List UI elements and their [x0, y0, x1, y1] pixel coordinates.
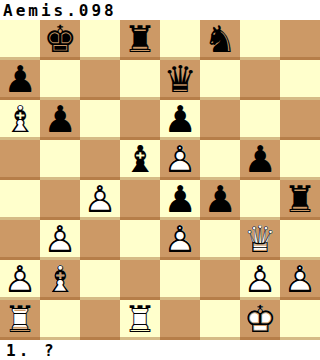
square-b4[interactable] — [40, 180, 80, 220]
white-rook: ♜♖ — [0, 300, 40, 340]
square-h3[interactable] — [280, 220, 320, 260]
square-f7[interactable] — [200, 60, 240, 100]
square-g3[interactable]: ♛♕ — [240, 220, 280, 260]
square-b2[interactable]: ♝♗ — [40, 260, 80, 300]
square-a5[interactable] — [0, 140, 40, 180]
square-a7[interactable]: ♟ — [0, 60, 40, 100]
square-e5[interactable]: ♟♙ — [160, 140, 200, 180]
white-piece-outline: ♙ — [160, 220, 200, 260]
square-d5[interactable]: ♝ — [120, 140, 160, 180]
white-bishop: ♝♗ — [0, 100, 40, 140]
square-c2[interactable] — [80, 260, 120, 300]
square-e7[interactable]: ♛ — [160, 60, 200, 100]
square-g4[interactable] — [240, 180, 280, 220]
chess-diagram-window: Aemis.098 ♚♜♞♟♛♝♗♟♟♝♟♙♟♟♙♟♟♜♟♙♟♙♛♕♟♙♝♗♟♙… — [0, 0, 320, 360]
white-pawn: ♟♙ — [240, 260, 280, 300]
square-a2[interactable]: ♟♙ — [0, 260, 40, 300]
move-prompt: 1. ? — [0, 340, 320, 360]
square-h5[interactable] — [280, 140, 320, 180]
square-c3[interactable] — [80, 220, 120, 260]
square-e3[interactable]: ♟♙ — [160, 220, 200, 260]
square-g2[interactable]: ♟♙ — [240, 260, 280, 300]
page-title: Aemis.098 — [0, 0, 320, 20]
white-piece-outline: ♖ — [120, 300, 160, 340]
black-pawn: ♟ — [200, 180, 240, 220]
square-d6[interactable] — [120, 100, 160, 140]
square-b3[interactable]: ♟♙ — [40, 220, 80, 260]
white-piece-outline: ♙ — [240, 260, 280, 300]
white-pawn: ♟♙ — [80, 180, 120, 220]
square-h8[interactable] — [280, 20, 320, 60]
square-d1[interactable]: ♜♖ — [120, 300, 160, 340]
square-e4[interactable]: ♟ — [160, 180, 200, 220]
square-g1[interactable]: ♚♔ — [240, 300, 280, 340]
white-bishop: ♝♗ — [40, 260, 80, 300]
square-g6[interactable] — [240, 100, 280, 140]
black-queen: ♛ — [160, 60, 200, 100]
white-piece-outline: ♔ — [240, 300, 280, 340]
square-e6[interactable]: ♟ — [160, 100, 200, 140]
square-d4[interactable] — [120, 180, 160, 220]
square-e1[interactable] — [160, 300, 200, 340]
white-piece-outline: ♖ — [0, 300, 40, 340]
black-pawn: ♟ — [0, 60, 40, 100]
square-a6[interactable]: ♝♗ — [0, 100, 40, 140]
square-e2[interactable] — [160, 260, 200, 300]
square-f3[interactable] — [200, 220, 240, 260]
square-c1[interactable] — [80, 300, 120, 340]
black-bishop: ♝ — [120, 140, 160, 180]
square-d7[interactable] — [120, 60, 160, 100]
square-c7[interactable] — [80, 60, 120, 100]
white-piece-outline: ♙ — [80, 180, 120, 220]
square-g8[interactable] — [240, 20, 280, 60]
square-f1[interactable] — [200, 300, 240, 340]
square-c5[interactable] — [80, 140, 120, 180]
square-d3[interactable] — [120, 220, 160, 260]
square-a1[interactable]: ♜♖ — [0, 300, 40, 340]
black-rook: ♜ — [120, 20, 160, 60]
square-h4[interactable]: ♜ — [280, 180, 320, 220]
white-pawn: ♟♙ — [280, 260, 320, 300]
square-h7[interactable] — [280, 60, 320, 100]
square-g5[interactable]: ♟ — [240, 140, 280, 180]
square-f4[interactable]: ♟ — [200, 180, 240, 220]
white-pawn: ♟♙ — [160, 140, 200, 180]
square-c6[interactable] — [80, 100, 120, 140]
black-pawn: ♟ — [160, 100, 200, 140]
black-pawn: ♟ — [160, 180, 200, 220]
white-rook: ♜♖ — [120, 300, 160, 340]
square-b6[interactable]: ♟ — [40, 100, 80, 140]
square-b8[interactable]: ♚ — [40, 20, 80, 60]
white-piece-outline: ♙ — [280, 260, 320, 300]
square-a8[interactable] — [0, 20, 40, 60]
white-pawn: ♟♙ — [160, 220, 200, 260]
square-b5[interactable] — [40, 140, 80, 180]
white-piece-outline: ♙ — [0, 260, 40, 300]
white-pawn: ♟♙ — [0, 260, 40, 300]
square-f8[interactable]: ♞ — [200, 20, 240, 60]
square-e8[interactable] — [160, 20, 200, 60]
white-piece-outline: ♙ — [160, 140, 200, 180]
square-f2[interactable] — [200, 260, 240, 300]
black-pawn: ♟ — [40, 100, 80, 140]
square-h2[interactable]: ♟♙ — [280, 260, 320, 300]
black-rook: ♜ — [280, 180, 320, 220]
square-f6[interactable] — [200, 100, 240, 140]
square-b7[interactable] — [40, 60, 80, 100]
black-knight: ♞ — [200, 20, 240, 60]
white-piece-outline: ♙ — [40, 220, 80, 260]
black-pawn: ♟ — [240, 140, 280, 180]
white-queen: ♛♕ — [240, 220, 280, 260]
square-d2[interactable] — [120, 260, 160, 300]
square-d8[interactable]: ♜ — [120, 20, 160, 60]
white-piece-outline: ♗ — [40, 260, 80, 300]
square-g7[interactable] — [240, 60, 280, 100]
white-pawn: ♟♙ — [40, 220, 80, 260]
square-a3[interactable] — [0, 220, 40, 260]
square-f5[interactable] — [200, 140, 240, 180]
square-c8[interactable] — [80, 20, 120, 60]
square-h6[interactable] — [280, 100, 320, 140]
square-h1[interactable] — [280, 300, 320, 340]
square-a4[interactable] — [0, 180, 40, 220]
white-piece-outline: ♕ — [240, 220, 280, 260]
white-piece-outline: ♗ — [0, 100, 40, 140]
square-c4[interactable]: ♟♙ — [80, 180, 120, 220]
chess-board[interactable]: ♚♜♞♟♛♝♗♟♟♝♟♙♟♟♙♟♟♜♟♙♟♙♛♕♟♙♝♗♟♙♟♙♜♖♜♖♚♔ — [0, 20, 320, 340]
white-king: ♚♔ — [240, 300, 280, 340]
black-king: ♚ — [40, 20, 80, 60]
square-b1[interactable] — [40, 300, 80, 340]
